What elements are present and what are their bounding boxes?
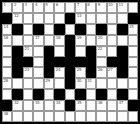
clue-number-31: 31: [87, 79, 92, 83]
clue-number-5: 5: [45, 3, 47, 7]
cell-r2c12[interactable]: [117, 13, 127, 24]
black-cell-r6c12: [117, 57, 127, 68]
cell-r5c8[interactable]: [75, 46, 85, 57]
cell-r8c9[interactable]: 31: [86, 78, 96, 89]
black-cell-r6c6: [54, 57, 64, 68]
cell-r3c9[interactable]: [86, 24, 96, 35]
black-cell-r2c1: [2, 13, 12, 24]
cell-r7c13[interactable]: [128, 67, 138, 78]
black-cell-r7c5: [44, 67, 54, 78]
cell-r6c4[interactable]: [33, 57, 43, 68]
cell-r11c6[interactable]: [54, 111, 64, 122]
cell-r4c2[interactable]: [12, 35, 22, 46]
cell-r10c4[interactable]: 33: [33, 100, 43, 111]
cell-r11c12[interactable]: [117, 111, 127, 122]
cell-r1c7[interactable]: [65, 2, 75, 13]
black-cell-r2c7: [65, 13, 75, 24]
cell-r4c8[interactable]: 19: [75, 35, 85, 46]
clue-number-23: 23: [24, 68, 29, 72]
black-cell-r5c7: [65, 46, 75, 57]
cell-r1c1[interactable]: 1: [2, 2, 12, 13]
cell-r11c5[interactable]: [44, 111, 54, 122]
cell-r3c5[interactable]: [44, 24, 54, 35]
cell-r11c4[interactable]: [33, 111, 43, 122]
cell-r2c8[interactable]: 13: [75, 13, 85, 24]
clue-number-25: 25: [77, 68, 82, 72]
black-cell-r6c7: [65, 57, 75, 68]
black-cell-r3c8: [75, 24, 85, 35]
cell-r1c10[interactable]: 9: [96, 2, 106, 13]
black-cell-r9c6: [54, 89, 64, 100]
clue-number-1: 1: [4, 3, 6, 7]
cell-r10c5[interactable]: [44, 100, 54, 111]
clue-number-9: 9: [98, 3, 100, 7]
cell-r3c11[interactable]: [107, 24, 117, 35]
black-cell-r4c7: [65, 35, 75, 46]
cell-r4c9[interactable]: [86, 35, 96, 46]
cell-r11c3[interactable]: [23, 111, 33, 122]
cell-r7c6[interactable]: 24: [54, 67, 64, 78]
clue-number-38: 38: [4, 112, 9, 116]
clue-number-12: 12: [14, 14, 19, 18]
cell-r11c10[interactable]: [96, 111, 106, 122]
cell-r2c2[interactable]: 12: [12, 13, 22, 24]
cell-r11c2[interactable]: [12, 111, 22, 122]
black-cell-r9c10: [96, 89, 106, 100]
clue-number-30: 30: [77, 79, 82, 83]
crossword-board-frame: 1234567891011121314151617181920212223242…: [0, 0, 140, 124]
cell-r8c5[interactable]: 29: [44, 78, 54, 89]
cell-r3c7[interactable]: [65, 24, 75, 35]
cell-r10c11[interactable]: [107, 100, 117, 111]
clue-number-24: 24: [56, 68, 61, 72]
black-cell-r6c5: [44, 57, 54, 68]
cell-r7c8[interactable]: 25: [75, 67, 85, 78]
cell-r4c1[interactable]: 16: [2, 35, 12, 46]
black-cell-r3c4: [33, 24, 43, 35]
cell-r11c13[interactable]: [128, 111, 138, 122]
black-cell-r3c10: [96, 24, 106, 35]
clue-number-34: 34: [56, 101, 61, 105]
cell-r3c13[interactable]: 15: [128, 24, 138, 35]
black-cell-r9c8: [75, 89, 85, 100]
cell-r10c2[interactable]: 32: [12, 100, 22, 111]
clue-number-16: 16: [4, 36, 9, 40]
cell-r10c6[interactable]: 34: [54, 100, 64, 111]
black-cell-r9c12: [117, 89, 127, 100]
cell-r4c5[interactable]: [44, 35, 54, 46]
cell-r2c10[interactable]: [96, 13, 106, 24]
cell-r9c1[interactable]: [2, 89, 12, 100]
cell-r6c1[interactable]: [2, 57, 12, 68]
black-cell-r10c13: [128, 100, 138, 111]
cell-r2c5[interactable]: [44, 13, 54, 24]
cell-r11c1[interactable]: 38: [2, 111, 12, 122]
black-cell-r3c6: [54, 24, 64, 35]
clue-number-4: 4: [35, 3, 37, 7]
clue-number-27: 27: [108, 68, 113, 72]
clue-number-13: 13: [77, 14, 82, 18]
black-cell-r9c4: [33, 89, 43, 100]
clue-number-8: 8: [87, 3, 89, 7]
cell-r5c4[interactable]: [33, 46, 43, 57]
cell-r5c13[interactable]: [128, 46, 138, 57]
clue-number-17: 17: [35, 36, 40, 40]
clue-number-14: 14: [4, 25, 9, 29]
cell-r9c9[interactable]: [86, 89, 96, 100]
clue-number-21: 21: [24, 47, 29, 51]
cell-r8c3[interactable]: [23, 78, 33, 89]
cell-r2c11[interactable]: [107, 13, 117, 24]
cell-r6c10[interactable]: [96, 57, 106, 68]
cell-r1c8[interactable]: 7: [75, 2, 85, 13]
black-cell-r6c3: [23, 57, 33, 68]
cell-r7c3[interactable]: 23: [23, 67, 33, 78]
cell-r1c6[interactable]: 6: [54, 2, 64, 13]
black-cell-r7c9: [86, 67, 96, 78]
cell-r1c11[interactable]: 10: [107, 2, 117, 13]
cell-r8c13[interactable]: [128, 78, 138, 89]
cell-r4c10[interactable]: 20: [96, 35, 106, 46]
cell-r5c6[interactable]: [54, 46, 64, 57]
cell-r7c10[interactable]: 26: [96, 67, 106, 78]
clue-number-6: 6: [56, 3, 58, 7]
cell-r6c13[interactable]: [128, 57, 138, 68]
cell-r7c11[interactable]: 27: [107, 67, 117, 78]
clue-number-37: 37: [119, 101, 124, 105]
clue-number-22: 22: [98, 47, 103, 51]
cell-r11c7[interactable]: [65, 111, 75, 122]
black-cell-r2c13: [128, 13, 138, 24]
cell-r1c5[interactable]: 5: [44, 2, 54, 13]
cell-r8c12[interactable]: [117, 78, 127, 89]
cell-r10c10[interactable]: 36: [96, 100, 106, 111]
black-cell-r6c11: [107, 57, 117, 68]
black-cell-r7c12: [117, 67, 127, 78]
cell-r3c1[interactable]: 14: [2, 24, 12, 35]
clue-number-33: 33: [35, 101, 40, 105]
black-cell-r5c12: [117, 46, 127, 57]
clue-number-36: 36: [98, 101, 103, 105]
black-cell-r3c12: [117, 24, 127, 35]
cell-r1c2[interactable]: 2: [12, 2, 22, 13]
clue-number-2: 2: [14, 3, 16, 7]
cell-r2c9[interactable]: [86, 13, 96, 24]
cell-r2c6[interactable]: [54, 13, 64, 24]
cell-r11c11[interactable]: [107, 111, 117, 122]
black-cell-r10c1: [2, 100, 12, 111]
black-cell-r5c5: [44, 46, 54, 57]
clue-number-32: 32: [14, 101, 19, 105]
cell-r4c12[interactable]: [117, 35, 127, 46]
clue-number-15: 15: [129, 25, 134, 29]
clue-number-35: 35: [77, 101, 82, 105]
clue-number-20: 20: [98, 36, 103, 40]
cell-r4c13[interactable]: [128, 35, 138, 46]
cell-r10c8[interactable]: 35: [75, 100, 85, 111]
clue-number-26: 26: [98, 68, 103, 72]
clue-number-29: 29: [45, 79, 50, 83]
cell-r5c1[interactable]: [2, 46, 12, 57]
crossword-grid: 1234567891011121314151617181920212223242…: [2, 2, 138, 122]
cell-r8c1[interactable]: 28: [2, 78, 12, 89]
cell-r2c4[interactable]: [33, 13, 43, 24]
cell-r9c7[interactable]: [65, 89, 75, 100]
cell-r1c12[interactable]: 11: [117, 2, 127, 13]
cell-r8c2[interactable]: [12, 78, 22, 89]
black-cell-r6c9: [86, 57, 96, 68]
cell-r8c10[interactable]: [96, 78, 106, 89]
cell-r4c11[interactable]: [107, 35, 117, 46]
black-cell-r8c7: [65, 78, 75, 89]
black-cell-r6c8: [75, 57, 85, 68]
cell-r9c5[interactable]: [44, 89, 54, 100]
cell-r5c11[interactable]: [107, 46, 117, 57]
clue-number-19: 19: [77, 36, 82, 40]
cell-r11c8[interactable]: [75, 111, 85, 122]
cell-r10c12[interactable]: 37: [117, 100, 127, 111]
cell-r1c13[interactable]: [128, 2, 138, 13]
cell-r1c4[interactable]: 4: [33, 2, 43, 13]
cell-r9c3[interactable]: [23, 89, 33, 100]
cell-r4c4[interactable]: 17: [33, 35, 43, 46]
cell-r1c9[interactable]: 8: [86, 2, 96, 13]
cell-r5c3[interactable]: 21: [23, 46, 33, 57]
black-cell-r7c7: [65, 67, 75, 78]
cell-r3c3[interactable]: [23, 24, 33, 35]
clue-number-28: 28: [4, 79, 9, 83]
clue-number-3: 3: [24, 3, 26, 7]
cell-r4c6[interactable]: 18: [54, 35, 64, 46]
cell-r1c3[interactable]: 3: [23, 2, 33, 13]
clue-number-11: 11: [119, 3, 124, 7]
black-cell-r10c7: [65, 100, 75, 111]
cell-r10c3[interactable]: [23, 100, 33, 111]
clue-number-7: 7: [77, 3, 79, 7]
clue-number-18: 18: [56, 36, 61, 40]
cell-r9c11[interactable]: [107, 89, 117, 100]
cell-r8c4[interactable]: [33, 78, 43, 89]
black-cell-r5c9: [86, 46, 96, 57]
black-cell-r7c2: [12, 67, 22, 78]
cell-r2c3[interactable]: [23, 13, 33, 24]
cell-r8c6[interactable]: [54, 78, 64, 89]
cell-r10c9[interactable]: [86, 100, 96, 111]
cell-r7c4[interactable]: [33, 67, 43, 78]
black-cell-r5c2: [12, 46, 22, 57]
black-cell-r3c2: [12, 24, 22, 35]
black-cell-r9c2: [12, 89, 22, 100]
cell-r4c3[interactable]: [23, 35, 33, 46]
cell-r8c8[interactable]: 30: [75, 78, 85, 89]
cell-r7c1[interactable]: [2, 67, 12, 78]
black-cell-r6c2: [12, 57, 22, 68]
cell-r11c9[interactable]: [86, 111, 96, 122]
cell-r5c10[interactable]: 22: [96, 46, 106, 57]
clue-number-10: 10: [108, 3, 113, 7]
cell-r8c11[interactable]: [107, 78, 117, 89]
cell-r9c13[interactable]: [128, 89, 138, 100]
